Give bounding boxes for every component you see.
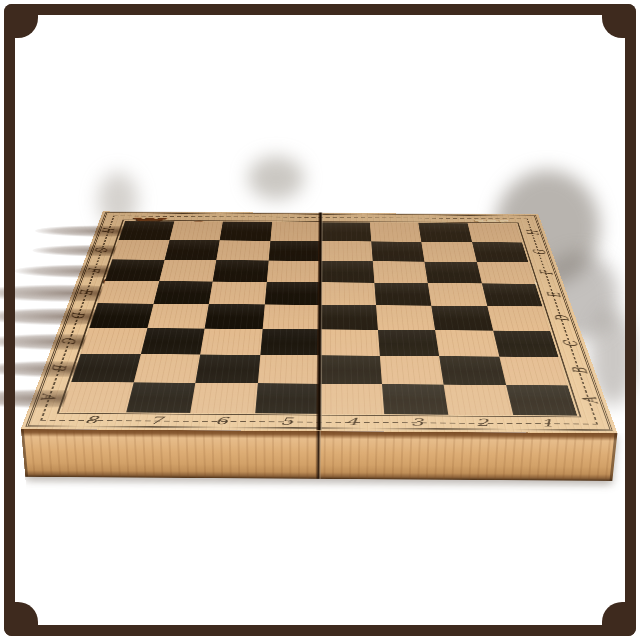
board-right-edge <box>609 433 617 481</box>
fold-seam <box>316 213 323 431</box>
board-left-edge <box>21 429 28 477</box>
photo-frame <box>625 4 636 636</box>
photo-frame-corner <box>602 14 626 38</box>
photo-frame-corner <box>602 602 626 626</box>
photo-frame <box>4 625 636 636</box>
chess-board: 87654321ABCDEFGHABCDEFGH ♜♟♟♜♞♟♟♞♝♟♟♝♚♟♟… <box>21 211 618 433</box>
piece-black-pawn[interactable]: ♟ <box>140 238 246 253</box>
photo-frame-corner <box>14 602 38 626</box>
piece-black-pawn[interactable]: ♟ <box>146 219 249 233</box>
chess-board-photo: 87654321ABCDEFGHABCDEFGH ♜♟♟♜♞♟♟♞♝♟♟♝♚♟♟… <box>67 52 574 559</box>
board-front-face <box>21 429 618 481</box>
photo-frame <box>4 4 636 15</box>
piece-white-knight[interactable]: ♞ <box>445 238 552 255</box>
fold-seam-front <box>316 431 321 479</box>
photo-frame-corner <box>14 14 38 38</box>
photo-frame <box>4 4 15 636</box>
